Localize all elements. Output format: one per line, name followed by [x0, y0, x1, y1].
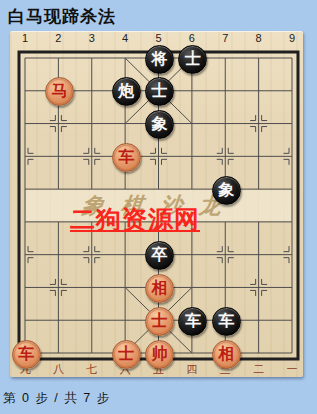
piece-black-general[interactable]: 将: [145, 45, 174, 74]
piece-red-chariot[interactable]: 车: [12, 340, 41, 369]
col-label-top: 7: [214, 32, 236, 44]
piece-red-advisor[interactable]: 士: [112, 340, 141, 369]
piece-black-elephant[interactable]: 象: [212, 176, 241, 205]
board-panel: 象棋沙龙 123456789九八七六五四三二一将士马炮士象车象卒相士车车车士帅相: [10, 31, 303, 377]
col-label-top: 9: [281, 32, 303, 44]
col-label-top: 6: [181, 32, 203, 44]
piece-black-elephant[interactable]: 象: [145, 110, 174, 139]
col-label-top: 5: [148, 32, 170, 44]
col-label-top: 2: [47, 32, 69, 44]
col-label-top: 8: [248, 32, 270, 44]
site-watermark: 二狗资源网: [70, 206, 200, 233]
piece-black-chariot[interactable]: 车: [212, 307, 241, 336]
piece-red-advisor[interactable]: 士: [145, 307, 174, 336]
piece-black-cannon[interactable]: 炮: [112, 77, 141, 106]
col-label-top: 1: [14, 32, 36, 44]
piece-black-soldier[interactable]: 卒: [145, 241, 174, 270]
move-counter: 第 0 步 / 共 7 步: [3, 390, 111, 407]
col-label-bottom: 一: [281, 363, 303, 375]
col-label-top: 3: [81, 32, 103, 44]
col-label-bottom: 八: [47, 363, 69, 375]
piece-red-chariot[interactable]: 车: [112, 143, 141, 172]
puzzle-title: 白马现蹄杀法: [8, 5, 116, 28]
piece-black-chariot[interactable]: 车: [178, 307, 207, 336]
piece-red-general[interactable]: 帅: [145, 340, 174, 369]
piece-red-horse[interactable]: 马: [45, 77, 74, 106]
piece-red-elephant[interactable]: 相: [212, 340, 241, 369]
col-label-top: 4: [114, 32, 136, 44]
piece-black-advisor[interactable]: 士: [178, 45, 207, 74]
col-label-bottom: 二: [248, 363, 270, 375]
xiangqi-puzzle-app: 白马现蹄杀法 象棋沙龙 123456789九八七六五四三二一将士马炮士象车象卒相…: [0, 0, 317, 414]
col-label-bottom: 七: [81, 363, 103, 375]
col-label-bottom: 四: [181, 363, 203, 375]
piece-red-elephant[interactable]: 相: [145, 274, 174, 303]
